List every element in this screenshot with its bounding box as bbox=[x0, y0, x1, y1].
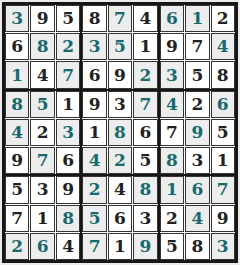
sudoku-board: 3956821478743516926129743588514239769371… bbox=[2, 2, 238, 263]
cell-r2c6-solved[interactable]: 1 bbox=[133, 33, 157, 60]
cell-r5c7-solved[interactable]: 7 bbox=[160, 119, 184, 146]
cell-r7c4-given[interactable]: 2 bbox=[82, 176, 106, 203]
cell-r6c9-solved[interactable]: 1 bbox=[211, 147, 235, 174]
cell-r3c6-given[interactable]: 2 bbox=[133, 61, 157, 88]
cell-r2c8-solved[interactable]: 7 bbox=[185, 33, 209, 60]
cell-r2c7-solved[interactable]: 9 bbox=[160, 33, 184, 60]
cell-r6c1-solved[interactable]: 9 bbox=[5, 147, 29, 174]
cell-r1c7-given[interactable]: 6 bbox=[160, 5, 184, 32]
cell-r3c1-given[interactable]: 1 bbox=[5, 61, 29, 88]
cell-r8c7-solved[interactable]: 2 bbox=[160, 205, 184, 232]
cell-r5c1-given[interactable]: 4 bbox=[5, 119, 29, 146]
cell-r4c2-given[interactable]: 5 bbox=[30, 91, 54, 118]
cell-r6c4-given[interactable]: 4 bbox=[82, 147, 106, 174]
cell-r9c4-given[interactable]: 7 bbox=[82, 233, 106, 260]
cell-r4c6-given[interactable]: 7 bbox=[133, 91, 157, 118]
cell-r6c8-solved[interactable]: 3 bbox=[185, 147, 209, 174]
cell-r9c8-solved[interactable]: 8 bbox=[185, 233, 209, 260]
cell-r9c2-given[interactable]: 6 bbox=[30, 233, 54, 260]
cell-r6c7-given[interactable]: 8 bbox=[160, 147, 184, 174]
cell-r7c9-given[interactable]: 7 bbox=[211, 176, 235, 203]
cell-r5c3-given[interactable]: 3 bbox=[56, 119, 80, 146]
cell-r1c9-solved[interactable]: 2 bbox=[211, 5, 235, 32]
cell-r1c3-solved[interactable]: 5 bbox=[56, 5, 80, 32]
cell-r4c5-solved[interactable]: 3 bbox=[108, 91, 132, 118]
sudoku-box-r3c2: 248563719 bbox=[82, 176, 157, 260]
cell-r2c2-given[interactable]: 8 bbox=[30, 33, 54, 60]
cell-r2c4-given[interactable]: 3 bbox=[82, 33, 106, 60]
sudoku-box-r1c1: 395682147 bbox=[5, 5, 80, 89]
cell-r3c8-solved[interactable]: 5 bbox=[185, 61, 209, 88]
cell-r8c5-solved[interactable]: 6 bbox=[108, 205, 132, 232]
cell-r4c7-given[interactable]: 4 bbox=[160, 91, 184, 118]
cell-r8c9-solved[interactable]: 9 bbox=[211, 205, 235, 232]
cell-r5c8-given[interactable]: 9 bbox=[185, 119, 209, 146]
cell-r6c6-solved[interactable]: 5 bbox=[133, 147, 157, 174]
cell-r7c5-solved[interactable]: 4 bbox=[108, 176, 132, 203]
cell-r5c4-solved[interactable]: 1 bbox=[82, 119, 106, 146]
cell-r6c2-given[interactable]: 7 bbox=[30, 147, 54, 174]
cell-r3c5-solved[interactable]: 9 bbox=[108, 61, 132, 88]
sudoku-box-r2c3: 426795831 bbox=[160, 91, 235, 175]
sudoku-box-r3c1: 539718264 bbox=[5, 176, 80, 260]
cell-r8c3-given[interactable]: 8 bbox=[56, 205, 80, 232]
cell-r8c2-solved[interactable]: 1 bbox=[30, 205, 54, 232]
cell-r5c5-given[interactable]: 8 bbox=[108, 119, 132, 146]
cell-r3c3-given[interactable]: 7 bbox=[56, 61, 80, 88]
cell-r9c1-given[interactable]: 2 bbox=[5, 233, 29, 260]
cell-r9c5-solved[interactable]: 1 bbox=[108, 233, 132, 260]
cell-r7c6-given[interactable]: 8 bbox=[133, 176, 157, 203]
cell-r3c7-given[interactable]: 3 bbox=[160, 61, 184, 88]
cell-r3c9-solved[interactable]: 8 bbox=[211, 61, 235, 88]
cell-r8c4-given[interactable]: 5 bbox=[82, 205, 106, 232]
cell-r8c1-solved[interactable]: 7 bbox=[5, 205, 29, 232]
sudoku-page: 3956821478743516926129743588514239769371… bbox=[0, 0, 240, 265]
cell-r7c2-solved[interactable]: 3 bbox=[30, 176, 54, 203]
cell-r4c9-given[interactable]: 6 bbox=[211, 91, 235, 118]
sudoku-box-r1c2: 874351692 bbox=[82, 5, 157, 89]
cell-r1c1-given[interactable]: 3 bbox=[5, 5, 29, 32]
cell-r3c4-solved[interactable]: 6 bbox=[82, 61, 106, 88]
cell-r5c9-solved[interactable]: 5 bbox=[211, 119, 235, 146]
cell-r6c3-solved[interactable]: 6 bbox=[56, 147, 80, 174]
cell-r1c8-given[interactable]: 1 bbox=[185, 5, 209, 32]
cell-r2c9-given[interactable]: 4 bbox=[211, 33, 235, 60]
cell-r2c5-given[interactable]: 5 bbox=[108, 33, 132, 60]
cell-r6c5-given[interactable]: 2 bbox=[108, 147, 132, 174]
cell-r1c4-solved[interactable]: 8 bbox=[82, 5, 106, 32]
cell-r7c3-solved[interactable]: 9 bbox=[56, 176, 80, 203]
sudoku-box-r1c3: 612974358 bbox=[160, 5, 235, 89]
sudoku-box-r3c3: 167249583 bbox=[160, 176, 235, 260]
cell-r9c7-solved[interactable]: 5 bbox=[160, 233, 184, 260]
cell-r4c8-solved[interactable]: 2 bbox=[185, 91, 209, 118]
cell-r8c8-given[interactable]: 4 bbox=[185, 205, 209, 232]
cell-r1c6-solved[interactable]: 4 bbox=[133, 5, 157, 32]
sudoku-box-r2c2: 937186425 bbox=[82, 91, 157, 175]
cell-r4c1-given[interactable]: 8 bbox=[5, 91, 29, 118]
cell-r7c1-solved[interactable]: 5 bbox=[5, 176, 29, 203]
sudoku-box-r2c1: 851423976 bbox=[5, 91, 80, 175]
cell-r1c2-solved[interactable]: 9 bbox=[30, 5, 54, 32]
cell-r1c5-given[interactable]: 7 bbox=[108, 5, 132, 32]
cell-r4c4-solved[interactable]: 9 bbox=[82, 91, 106, 118]
cell-r5c6-solved[interactable]: 6 bbox=[133, 119, 157, 146]
cell-r7c7-given[interactable]: 1 bbox=[160, 176, 184, 203]
cell-r9c3-solved[interactable]: 4 bbox=[56, 233, 80, 260]
cell-r9c9-given[interactable]: 3 bbox=[211, 233, 235, 260]
cell-r7c8-given[interactable]: 6 bbox=[185, 176, 209, 203]
cell-r5c2-solved[interactable]: 2 bbox=[30, 119, 54, 146]
cell-r3c2-solved[interactable]: 4 bbox=[30, 61, 54, 88]
cell-r4c3-solved[interactable]: 1 bbox=[56, 91, 80, 118]
cell-r8c6-solved[interactable]: 3 bbox=[133, 205, 157, 232]
cell-r2c3-given[interactable]: 2 bbox=[56, 33, 80, 60]
cell-r2c1-solved[interactable]: 6 bbox=[5, 33, 29, 60]
cell-r9c6-given[interactable]: 9 bbox=[133, 233, 157, 260]
